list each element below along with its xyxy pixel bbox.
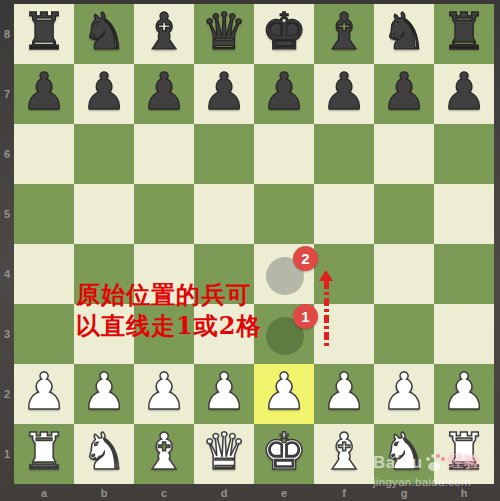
square-e8[interactable]: ♚ bbox=[254, 4, 314, 64]
file-label-a: a bbox=[14, 484, 74, 501]
square-h7[interactable]: ♟ bbox=[434, 64, 494, 124]
piece-wp-c2: ♟ bbox=[141, 362, 187, 422]
rank-label-8: 8 bbox=[0, 4, 14, 64]
file-label-b: b bbox=[74, 484, 134, 501]
square-a5[interactable] bbox=[14, 184, 74, 244]
piece-wp-b2: ♟ bbox=[81, 362, 127, 422]
piece-bp-e7: ♟ bbox=[261, 62, 307, 122]
watermark-logo-row: Baidu 经验 bbox=[373, 452, 480, 473]
square-c8[interactable]: ♝ bbox=[134, 4, 194, 64]
piece-br-h8: ♜ bbox=[441, 2, 487, 62]
annotation-line-2: 以直线走1或2格 bbox=[76, 310, 261, 341]
square-h6[interactable] bbox=[434, 124, 494, 184]
piece-wk-e1: ♚ bbox=[261, 422, 307, 482]
watermark: Baidu 经验 jingyan.baidu.com bbox=[373, 452, 480, 488]
piece-br-a8: ♜ bbox=[21, 2, 67, 62]
file-label-e: e bbox=[254, 484, 314, 501]
chess-lesson-screenshot: ♜♞♝♛♚♝♞♜♟♟♟♟♟♟♟♟♟♟♟♟♟♟♟♟♜♞♝♛♚♝♞♜ 8765432… bbox=[0, 0, 500, 501]
piece-bp-c7: ♟ bbox=[141, 62, 187, 122]
square-h8[interactable]: ♜ bbox=[434, 4, 494, 64]
step-badge-2: 2 bbox=[293, 246, 318, 271]
square-a4[interactable] bbox=[14, 244, 74, 304]
piece-bq-d8: ♛ bbox=[201, 2, 247, 62]
piece-wb-f1: ♝ bbox=[321, 422, 367, 482]
arrow-dashed-line bbox=[324, 281, 329, 347]
square-b8[interactable]: ♞ bbox=[74, 4, 134, 64]
rank-label-3: 3 bbox=[0, 304, 14, 364]
square-a2[interactable]: ♟ bbox=[14, 364, 74, 424]
piece-bb-f8: ♝ bbox=[321, 2, 367, 62]
arrow-up-icon bbox=[319, 270, 333, 281]
piece-wp-h2: ♟ bbox=[441, 362, 487, 422]
square-e1[interactable]: ♚ bbox=[254, 424, 314, 484]
square-e2[interactable]: ♟ bbox=[254, 364, 314, 424]
square-b1[interactable]: ♞ bbox=[74, 424, 134, 484]
square-g6[interactable] bbox=[374, 124, 434, 184]
square-f2[interactable]: ♟ bbox=[314, 364, 374, 424]
square-g4[interactable] bbox=[374, 244, 434, 304]
watermark-url: jingyan.baidu.com bbox=[373, 476, 480, 488]
square-f3[interactable] bbox=[314, 304, 374, 364]
square-d5[interactable] bbox=[194, 184, 254, 244]
step-badge-1: 1 bbox=[293, 304, 318, 329]
rank-label-4: 4 bbox=[0, 244, 14, 304]
piece-bn-b8: ♞ bbox=[81, 2, 127, 62]
square-h4[interactable] bbox=[434, 244, 494, 304]
piece-wp-a2: ♟ bbox=[21, 362, 67, 422]
file-label-d: d bbox=[194, 484, 254, 501]
square-c6[interactable] bbox=[134, 124, 194, 184]
file-label-c: c bbox=[134, 484, 194, 501]
piece-wn-b1: ♞ bbox=[81, 422, 127, 482]
piece-bp-g7: ♟ bbox=[381, 62, 427, 122]
square-f5[interactable] bbox=[314, 184, 374, 244]
square-d6[interactable] bbox=[194, 124, 254, 184]
piece-bp-b7: ♟ bbox=[81, 62, 127, 122]
square-h2[interactable]: ♟ bbox=[434, 364, 494, 424]
square-a6[interactable] bbox=[14, 124, 74, 184]
paw-print-icon bbox=[425, 454, 446, 472]
square-d2[interactable]: ♟ bbox=[194, 364, 254, 424]
square-d8[interactable]: ♛ bbox=[194, 4, 254, 64]
square-h3[interactable] bbox=[434, 304, 494, 364]
square-a8[interactable]: ♜ bbox=[14, 4, 74, 64]
square-a3[interactable] bbox=[14, 304, 74, 364]
piece-bp-d7: ♟ bbox=[201, 62, 247, 122]
square-f6[interactable] bbox=[314, 124, 374, 184]
square-h5[interactable] bbox=[434, 184, 494, 244]
watermark-brand: Baidu bbox=[373, 453, 423, 473]
square-e5[interactable] bbox=[254, 184, 314, 244]
piece-bp-h7: ♟ bbox=[441, 62, 487, 122]
chess-board: ♜♞♝♛♚♝♞♜♟♟♟♟♟♟♟♟♟♟♟♟♟♟♟♟♜♞♝♛♚♝♞♜ bbox=[14, 4, 494, 484]
square-b6[interactable] bbox=[74, 124, 134, 184]
square-c5[interactable] bbox=[134, 184, 194, 244]
piece-bk-e8: ♚ bbox=[261, 2, 307, 62]
piece-wr-a1: ♜ bbox=[21, 422, 67, 482]
square-g5[interactable] bbox=[374, 184, 434, 244]
square-a1[interactable]: ♜ bbox=[14, 424, 74, 484]
square-b5[interactable] bbox=[74, 184, 134, 244]
piece-bb-c8: ♝ bbox=[141, 2, 187, 62]
rank-label-5: 5 bbox=[0, 184, 14, 244]
rank-label-6: 6 bbox=[0, 124, 14, 184]
annotation-text: 原始位置的兵可 以直线走1或2格 bbox=[76, 279, 261, 341]
square-g7[interactable]: ♟ bbox=[374, 64, 434, 124]
square-f1[interactable]: ♝ bbox=[314, 424, 374, 484]
square-d7[interactable]: ♟ bbox=[194, 64, 254, 124]
rank-label-1: 1 bbox=[0, 424, 14, 484]
square-e7[interactable]: ♟ bbox=[254, 64, 314, 124]
piece-bp-f7: ♟ bbox=[321, 62, 367, 122]
piece-wp-f2: ♟ bbox=[321, 362, 367, 422]
square-g3[interactable] bbox=[374, 304, 434, 364]
annotation-line-1: 原始位置的兵可 bbox=[76, 279, 261, 310]
rank-label-7: 7 bbox=[0, 64, 14, 124]
square-f7[interactable]: ♟ bbox=[314, 64, 374, 124]
file-label-f: f bbox=[314, 484, 374, 501]
piece-bn-g8: ♞ bbox=[381, 2, 427, 62]
watermark-suffix: 经验 bbox=[448, 452, 480, 473]
rank-label-2: 2 bbox=[0, 364, 14, 424]
square-g2[interactable]: ♟ bbox=[374, 364, 434, 424]
square-d1[interactable]: ♛ bbox=[194, 424, 254, 484]
square-b7[interactable]: ♟ bbox=[74, 64, 134, 124]
square-a7[interactable]: ♟ bbox=[14, 64, 74, 124]
piece-bp-a7: ♟ bbox=[21, 62, 67, 122]
square-c2[interactable]: ♟ bbox=[134, 364, 194, 424]
piece-wp-e2: ♟ bbox=[261, 362, 307, 422]
square-c7[interactable]: ♟ bbox=[134, 64, 194, 124]
piece-wq-d1: ♛ bbox=[201, 422, 247, 482]
square-b2[interactable]: ♟ bbox=[74, 364, 134, 424]
square-g8[interactable]: ♞ bbox=[374, 4, 434, 64]
piece-wp-d2: ♟ bbox=[201, 362, 247, 422]
piece-wp-g2: ♟ bbox=[381, 362, 427, 422]
square-e6[interactable] bbox=[254, 124, 314, 184]
square-f8[interactable]: ♝ bbox=[314, 4, 374, 64]
piece-wb-c1: ♝ bbox=[141, 422, 187, 482]
square-c1[interactable]: ♝ bbox=[134, 424, 194, 484]
